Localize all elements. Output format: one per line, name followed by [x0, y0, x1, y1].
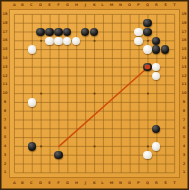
black-stone: ●	[143, 63, 151, 71]
column-label: M	[109, 2, 114, 7]
column-label: C	[29, 181, 34, 186]
black-stone: ●	[28, 142, 36, 150]
row-label: 3	[181, 153, 186, 158]
black-stone: ●	[45, 28, 53, 36]
white-stone: ●	[134, 28, 142, 36]
column-label: O	[127, 2, 132, 7]
column-labels-bottom: ABCDEFGHJKLMNOPQRST	[10, 179, 179, 187]
white-stone: ●	[152, 72, 160, 80]
row-label: 16	[2, 38, 7, 43]
column-label: G	[65, 181, 70, 186]
white-stone: ●	[152, 63, 160, 71]
black-stone: ●	[152, 37, 160, 45]
column-label: H	[74, 2, 79, 7]
white-stone: ●	[143, 45, 151, 53]
column-label: B	[20, 181, 25, 186]
row-label: 2	[181, 161, 186, 166]
go-board-panel: ABCDEFGHJKLMNOPQRST ABCDEFGHJKLMNOPQRST …	[0, 0, 189, 190]
column-label: O	[127, 181, 132, 186]
row-label: 19	[2, 12, 7, 17]
row-label: 14	[181, 56, 186, 61]
row-label: 9	[2, 100, 7, 105]
column-label: N	[118, 181, 123, 186]
go-board[interactable]: ●●●●●●●●●●●●●●●●●●●●●●●●●●●●	[10, 10, 179, 177]
black-stone: ●	[152, 45, 160, 53]
column-label: J	[82, 2, 87, 7]
column-label: K	[91, 181, 96, 186]
column-label: R	[154, 2, 159, 7]
row-label: 6	[181, 126, 186, 131]
black-stone: ●	[36, 28, 44, 36]
white-stone: ●	[63, 37, 71, 45]
black-stone: ●	[143, 19, 151, 27]
row-label: 17	[2, 29, 7, 34]
column-label: L	[100, 181, 105, 186]
column-label: E	[47, 181, 52, 186]
row-labels-left: 19181716151413121110987654321	[1, 10, 9, 177]
row-label: 9	[181, 100, 186, 105]
row-label: 4	[2, 144, 7, 149]
column-label: M	[109, 181, 114, 186]
row-label: 14	[2, 56, 7, 61]
row-label: 12	[181, 73, 186, 78]
column-label: D	[38, 181, 43, 186]
row-label: 19	[181, 12, 186, 17]
stones-layer: ●●●●●●●●●●●●●●●●●●●●●●●●●●●●	[10, 10, 179, 177]
column-label: B	[20, 2, 25, 7]
white-stone: ●	[28, 45, 36, 53]
column-label: F	[56, 181, 61, 186]
column-label: R	[154, 181, 159, 186]
black-stone: ●	[152, 125, 160, 133]
row-label: 5	[2, 135, 7, 140]
row-label: 13	[181, 65, 186, 70]
row-label: 7	[2, 117, 7, 122]
row-label: 10	[2, 91, 7, 96]
column-label: S	[162, 2, 167, 7]
column-label: T	[171, 2, 176, 7]
column-label: D	[38, 2, 43, 7]
row-label: 11	[181, 82, 186, 87]
white-stone: ●	[143, 151, 151, 159]
black-stone: ●	[54, 151, 62, 159]
column-label: P	[136, 181, 141, 186]
column-label: G	[65, 2, 70, 7]
column-label: C	[29, 2, 34, 7]
row-label: 8	[181, 109, 186, 114]
column-label: E	[47, 2, 52, 7]
row-label: 7	[181, 117, 186, 122]
column-label: Q	[145, 2, 150, 7]
black-stone: ●	[143, 28, 151, 36]
row-label: 13	[2, 65, 7, 70]
black-stone: ●	[161, 45, 169, 53]
white-stone: ●	[28, 98, 36, 106]
column-label: H	[74, 181, 79, 186]
column-label: A	[11, 181, 16, 186]
row-label: 6	[2, 126, 7, 131]
row-label: 18	[181, 21, 186, 26]
white-stone: ●	[45, 37, 53, 45]
row-label: 17	[181, 29, 186, 34]
row-label: 8	[2, 109, 7, 114]
white-stone: ●	[54, 37, 62, 45]
column-label: F	[56, 2, 61, 7]
row-label: 5	[181, 135, 186, 140]
row-label: 2	[2, 161, 7, 166]
row-label: 1	[2, 170, 7, 175]
row-label: 1	[181, 170, 186, 175]
black-stone: ●	[90, 28, 98, 36]
column-label: T	[171, 181, 176, 186]
row-label: 3	[2, 153, 7, 158]
white-stone: ●	[152, 142, 160, 150]
column-label: J	[82, 181, 87, 186]
row-label: 15	[2, 47, 7, 52]
row-label: 10	[181, 91, 186, 96]
column-label: P	[136, 2, 141, 7]
black-stone: ●	[81, 28, 89, 36]
last-move-marker	[143, 63, 151, 71]
row-label: 18	[2, 21, 7, 26]
row-label: 11	[2, 82, 7, 87]
row-label: 4	[181, 144, 186, 149]
column-label: Q	[145, 181, 150, 186]
white-stone: ●	[72, 37, 80, 45]
column-label: A	[11, 2, 16, 7]
row-label: 16	[181, 38, 186, 43]
column-label: N	[118, 2, 123, 7]
column-label: K	[91, 2, 96, 7]
white-stone: ●	[134, 37, 142, 45]
black-stone: ●	[63, 28, 71, 36]
column-labels-top: ABCDEFGHJKLMNOPQRST	[10, 1, 179, 9]
black-stone: ●	[54, 28, 62, 36]
row-label: 12	[2, 73, 7, 78]
column-label: L	[100, 2, 105, 7]
column-label: S	[162, 181, 167, 186]
row-label: 15	[181, 47, 186, 52]
row-labels-right: 19181716151413121110987654321	[180, 10, 188, 177]
